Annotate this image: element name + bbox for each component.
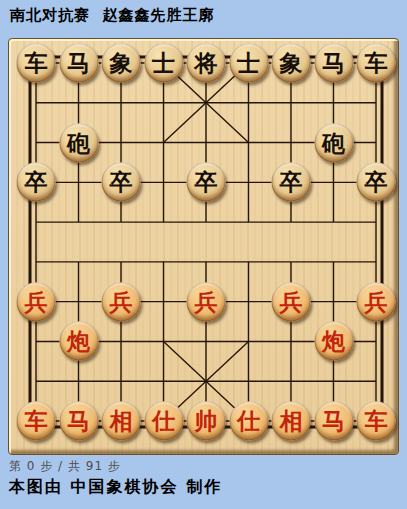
piece-black-elephant[interactable]: 象 — [272, 44, 311, 83]
piece-black-horse[interactable]: 马 — [314, 44, 353, 83]
piece-red-elephant[interactable]: 相 — [102, 402, 141, 441]
piece-black-advisor[interactable]: 士 — [144, 44, 183, 83]
piece-black-general[interactable]: 将 — [187, 44, 226, 83]
piece-black-soldier[interactable]: 卒 — [272, 163, 311, 202]
match-title: 南北对抗赛 赵鑫鑫先胜王廓 — [10, 6, 400, 25]
piece-red-horse[interactable]: 马 — [59, 402, 98, 441]
piece-red-chariot[interactable]: 车 — [17, 402, 56, 441]
piece-black-cannon[interactable]: 砲 — [59, 123, 98, 162]
piece-black-elephant[interactable]: 象 — [102, 44, 141, 83]
piece-red-chariot[interactable]: 车 — [357, 402, 396, 441]
piece-red-cannon[interactable]: 炮 — [314, 322, 353, 361]
piece-red-soldier[interactable]: 兵 — [357, 282, 396, 321]
piece-black-soldier[interactable]: 卒 — [187, 163, 226, 202]
xiangqi-board: 车马象士将士象马车砲砲卒卒卒卒卒兵兵兵兵兵炮炮车马相仕帅仕相马车 — [8, 38, 399, 455]
piece-red-soldier[interactable]: 兵 — [102, 282, 141, 321]
piece-red-soldier[interactable]: 兵 — [17, 282, 56, 321]
piece-layer: 车马象士将士象马车砲砲卒卒卒卒卒兵兵兵兵兵炮炮车马相仕帅仕相马车 — [9, 39, 400, 456]
piece-red-advisor[interactable]: 仕 — [229, 402, 268, 441]
piece-red-cannon[interactable]: 炮 — [59, 322, 98, 361]
piece-black-chariot[interactable]: 车 — [357, 44, 396, 83]
piece-red-elephant[interactable]: 相 — [272, 402, 311, 441]
piece-black-cannon[interactable]: 砲 — [314, 123, 353, 162]
piece-black-chariot[interactable]: 车 — [17, 44, 56, 83]
piece-red-soldier[interactable]: 兵 — [272, 282, 311, 321]
piece-black-soldier[interactable]: 卒 — [357, 163, 396, 202]
move-counter: 第 0 步 / 共 91 步 — [9, 458, 121, 475]
piece-red-advisor[interactable]: 仕 — [144, 402, 183, 441]
piece-red-horse[interactable]: 马 — [314, 402, 353, 441]
piece-black-advisor[interactable]: 士 — [229, 44, 268, 83]
piece-black-soldier[interactable]: 卒 — [102, 163, 141, 202]
piece-red-soldier[interactable]: 兵 — [187, 282, 226, 321]
piece-black-soldier[interactable]: 卒 — [17, 163, 56, 202]
credit-text: 本图由 中国象棋协会 制作 — [9, 477, 222, 498]
piece-red-general[interactable]: 帅 — [187, 402, 226, 441]
piece-black-horse[interactable]: 马 — [59, 44, 98, 83]
